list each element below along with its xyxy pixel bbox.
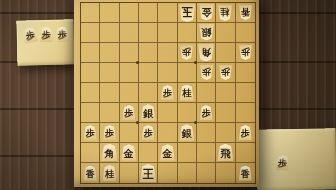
board-cell[interactable] [197, 83, 216, 103]
shogi-piece-sente[interactable]: 歩 [122, 105, 135, 120]
shogi-piece-sente[interactable]: 桂 [102, 165, 116, 181]
board-cell[interactable] [236, 103, 255, 123]
board-cell[interactable]: 金 [158, 143, 177, 163]
board-cell[interactable] [120, 63, 139, 83]
board-cell[interactable]: 歩 [197, 103, 216, 123]
board-cell[interactable] [139, 23, 158, 43]
shogi-piece-sente[interactable]: 銀 [141, 104, 156, 121]
board-cell[interactable] [216, 83, 235, 103]
komadai-sente: 歩 [256, 128, 336, 190]
board-cell[interactable] [120, 163, 139, 183]
board-cell[interactable] [158, 3, 177, 23]
board-cell[interactable]: 歩 [120, 103, 139, 123]
board-cell[interactable] [158, 43, 177, 63]
shogi-piece-sente[interactable]: 香 [84, 166, 97, 181]
board-cell[interactable]: 歩 [236, 123, 255, 143]
board-cell[interactable] [139, 63, 158, 83]
board-cell[interactable] [81, 103, 100, 123]
star-point [136, 121, 139, 124]
shogi-piece-gote[interactable]: 歩 [180, 45, 193, 60]
board-cell[interactable] [120, 3, 139, 23]
board-cell[interactable]: 銀 [197, 23, 216, 43]
board-cell[interactable] [100, 83, 119, 103]
board-cell[interactable] [100, 103, 119, 123]
shogi-piece-sente[interactable]: 桂 [180, 85, 194, 101]
shogi-piece-sente[interactable]: 歩 [161, 85, 174, 100]
board-cell[interactable] [197, 143, 216, 163]
shogi-piece-sente[interactable]: 歩 [22, 26, 38, 43]
board-cell[interactable] [236, 83, 255, 103]
board-cell[interactable] [120, 23, 139, 43]
shogi-piece-sente[interactable]: 金 [160, 144, 175, 161]
board-cell[interactable] [81, 43, 100, 63]
komadai-gote-tray: 歩歩歩 [16, 19, 74, 42]
board-grid: 玉金桂香銀歩角歩歩歩歩桂歩銀歩歩歩歩銀歩角金金飛香桂王香 [80, 2, 256, 184]
board-cell[interactable] [178, 163, 197, 183]
board-cell[interactable]: 歩 [81, 123, 100, 143]
board-cell[interactable] [139, 143, 158, 163]
board-cell[interactable]: 桂 [100, 163, 119, 183]
board-cell[interactable]: 歩 [197, 63, 216, 83]
shogi-scene: 歩歩歩 玉金桂香銀歩角歩歩歩歩桂歩銀歩歩歩歩銀歩角金金飛香桂王香 歩 [0, 0, 336, 190]
board-cell[interactable]: 金 [197, 3, 216, 23]
shogi-piece-gote[interactable]: 歩 [239, 45, 252, 60]
board-cell[interactable] [216, 123, 235, 143]
board-cell[interactable]: 香 [236, 163, 255, 183]
board-cell[interactable] [100, 23, 119, 43]
board-cell[interactable]: 香 [81, 163, 100, 183]
komadai-gote: 歩歩歩 [16, 19, 74, 65]
board-cell[interactable]: 桂 [216, 3, 235, 23]
board-cell[interactable] [100, 43, 119, 63]
board-cell[interactable] [158, 123, 177, 143]
board-cell[interactable] [81, 83, 100, 103]
board-cell[interactable] [81, 143, 100, 163]
board-cell[interactable] [139, 83, 158, 103]
board-cell[interactable]: 玉 [178, 3, 197, 23]
shogi-piece-sente[interactable]: 王 [140, 164, 157, 182]
shogi-piece-sente[interactable]: 歩 [39, 27, 53, 43]
shogi-piece-gote[interactable]: 玉 [179, 4, 196, 22]
board-cell[interactable] [178, 63, 197, 83]
shogi-piece-sente[interactable]: 歩 [200, 105, 213, 120]
shogi-piece-gote[interactable]: 角 [198, 44, 214, 62]
shogi-piece-sente[interactable]: 飛 [217, 144, 233, 162]
shogi-piece-gote[interactable]: 銀 [199, 24, 214, 41]
board-cell[interactable]: 金 [120, 143, 139, 163]
board-cell[interactable] [216, 103, 235, 123]
board-cell[interactable] [158, 103, 177, 123]
board-cell[interactable] [216, 43, 235, 63]
board-cell[interactable] [216, 163, 235, 183]
shogi-piece-sente[interactable]: 金 [121, 144, 136, 161]
board-cell[interactable]: 角 [197, 43, 216, 63]
shogi-piece-sente[interactable]: 歩 [84, 125, 97, 140]
board-cell[interactable] [139, 3, 158, 23]
board-cell[interactable]: 歩 [139, 123, 158, 143]
shogi-piece-sente[interactable]: 歩 [275, 155, 289, 171]
board-cell[interactable]: 桂 [178, 83, 197, 103]
board-cell[interactable] [158, 23, 177, 43]
shogi-piece-gote[interactable]: 歩 [219, 65, 232, 80]
shogi-piece-gote[interactable]: 歩 [200, 65, 213, 80]
komadai-sente-tray: 歩 [276, 155, 289, 170]
board-cell[interactable] [236, 63, 255, 83]
board-cell[interactable] [100, 3, 119, 23]
board-cell[interactable] [236, 23, 255, 43]
board-cell[interactable] [216, 23, 235, 43]
board-cell[interactable]: 王 [139, 163, 158, 183]
shogi-piece-sente[interactable]: 角 [101, 144, 117, 162]
board-cell[interactable] [120, 123, 139, 143]
board-cell[interactable]: 香 [236, 3, 255, 23]
shogi-piece-gote[interactable]: 金 [199, 4, 214, 21]
shogi-piece-sente[interactable]: 歩 [239, 125, 252, 140]
shogi-piece-sente[interactable]: 銀 [179, 124, 194, 141]
board-cell[interactable] [81, 23, 100, 43]
board-cell[interactable] [120, 43, 139, 63]
board-cell[interactable] [158, 63, 177, 83]
board-cell[interactable] [120, 83, 139, 103]
board-cell[interactable] [178, 103, 197, 123]
board-cell[interactable] [158, 163, 177, 183]
star-point [194, 121, 197, 124]
board-cell[interactable]: 銀 [139, 103, 158, 123]
shogi-piece-gote[interactable]: 香 [239, 5, 252, 20]
board-cell[interactable] [178, 23, 197, 43]
star-point [136, 61, 139, 64]
board-cell[interactable]: 歩 [178, 43, 197, 63]
board-cell[interactable]: 歩 [236, 43, 255, 63]
shogi-piece-sente[interactable]: 香 [239, 166, 252, 181]
shogi-piece-sente[interactable]: 歩 [55, 26, 69, 42]
board-cell[interactable] [197, 163, 216, 183]
shogi-piece-gote[interactable]: 桂 [218, 5, 232, 21]
board-cell[interactable] [178, 143, 197, 163]
star-point [194, 61, 197, 64]
board-cell[interactable] [236, 143, 255, 163]
board-cell[interactable] [139, 43, 158, 63]
shogi-piece-sente[interactable]: 歩 [103, 125, 116, 140]
board-cell[interactable] [81, 63, 100, 83]
board-cell[interactable]: 銀 [178, 123, 197, 143]
board-cell[interactable]: 歩 [100, 123, 119, 143]
board-cell[interactable] [81, 3, 100, 23]
shogi-board: 玉金桂香銀歩角歩歩歩歩桂歩銀歩歩歩歩銀歩角金金飛香桂王香 [74, 0, 259, 187]
shogi-piece-sente[interactable]: 歩 [142, 125, 155, 140]
board-cell[interactable]: 飛 [216, 143, 235, 163]
board-cell[interactable]: 歩 [158, 83, 177, 103]
board-cell[interactable] [100, 63, 119, 83]
board-cell[interactable]: 角 [100, 143, 119, 163]
board-cell[interactable] [197, 123, 216, 143]
board-cell[interactable]: 歩 [216, 63, 235, 83]
